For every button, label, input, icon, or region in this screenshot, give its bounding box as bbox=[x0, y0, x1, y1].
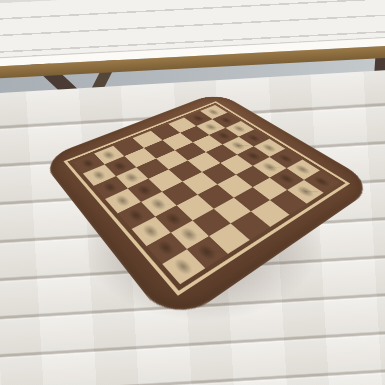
scene: ♜♞♝♛♚♝♞♜♟♟♟♟♟♟♟♟♟♟♟♟♟♟♟♟♜♞♝♛♚♝♞♜ bbox=[0, 0, 385, 385]
rook-glyph: ♜ bbox=[159, 217, 207, 271]
board-grid: ♜♞♝♛♚♝♞♜♟♟♟♟♟♟♟♟♟♟♟♟♟♟♟♟♜♞♝♛♚♝♞♜ bbox=[73, 105, 340, 284]
board-perspective-wrapper: ♜♞♝♛♚♝♞♜♟♟♟♟♟♟♟♟♟♟♟♟♟♟♟♟♜♞♝♛♚♝♞♜ bbox=[82, 52, 322, 292]
pawn-glyph: ♟ bbox=[287, 153, 325, 195]
square-h1[interactable]: ♜ bbox=[162, 250, 205, 285]
square-h7[interactable]: ♟ bbox=[288, 180, 324, 204]
